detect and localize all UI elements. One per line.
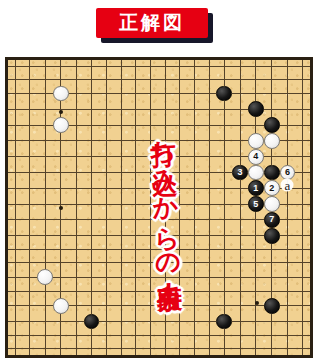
board-cell [37,342,53,355]
stone-move-number: 6 [285,168,290,177]
white-stone-move-4: 4 [248,149,264,165]
board-cell [69,244,84,257]
white-stone [53,86,69,102]
board-cell [280,244,296,257]
board-cell [216,180,232,196]
white-stone [248,133,264,149]
white-stone [53,298,69,314]
board-cell [8,329,23,342]
board-cell [53,165,69,181]
board-cell [232,101,248,117]
white-stone [248,165,264,181]
black-stone [248,101,264,117]
board-cell [248,60,264,73]
board-cell [114,165,129,181]
board-cell [8,133,23,149]
board-cell [23,285,38,298]
board-cell [84,101,100,117]
board-cell [295,329,310,342]
board-cell [69,298,84,314]
board-cell [8,196,23,212]
board-cell [248,86,264,102]
board-cell [84,269,100,285]
board-cell [264,86,280,102]
board-cell [280,314,296,330]
board-cell [248,314,264,330]
board-cell [23,133,38,149]
board-cell [202,196,217,212]
board-cell [37,314,53,330]
black-stone-move-5: 5 [248,196,264,212]
board-cell [69,285,84,298]
board-cell [187,60,202,73]
board-cell [187,133,202,149]
board-cell [114,180,129,196]
board-cell [280,228,296,244]
board-cell [84,256,100,269]
board-cell [216,285,232,298]
board-cell [232,180,248,196]
board-cell [114,196,129,212]
board-cell [114,60,129,73]
board-cell [202,342,217,355]
board-cell [187,314,202,330]
board-cell [232,60,248,73]
board-cell [129,285,144,298]
board-cell [69,256,84,269]
board-cell [114,342,129,355]
board-cell [99,165,114,181]
black-stone-move-3: 3 [232,165,248,181]
board-cell [69,342,84,355]
board-cell [37,212,53,228]
board-cell [8,228,23,244]
board-cell [8,314,23,330]
board-cell [99,269,114,285]
board-cell [53,180,69,196]
board-cell [202,212,217,228]
board-cell [99,73,114,86]
board-cell [99,117,114,133]
board-cell [129,228,144,244]
board-cell [216,133,232,149]
board-cell [295,285,310,298]
board-cell [295,342,310,355]
board-cell [129,314,144,330]
board-cell [23,228,38,244]
board-cell [8,86,23,102]
board-cell [37,73,53,86]
black-stone [216,314,232,330]
board-cell [187,165,202,181]
board-cell [84,228,100,244]
board-cell [114,101,129,117]
board-cell [216,117,232,133]
board-cell [216,228,232,244]
board-cell [202,133,217,149]
board-cell [295,86,310,102]
board-cell [187,117,202,133]
board-cell [8,101,23,117]
board-cell [8,342,23,355]
black-stone [264,117,280,133]
board-cell [23,117,38,133]
board-cell [202,298,217,314]
board-cell [23,329,38,342]
board-cell [264,244,280,257]
board-cell [187,212,202,228]
board-cell [248,298,264,314]
board-cell [232,133,248,149]
board-cell [23,212,38,228]
board-cell [202,256,217,269]
board-cell [23,60,38,73]
board-cell [187,101,202,117]
board-cell [84,117,100,133]
board-cell [280,256,296,269]
board-cell [232,73,248,86]
board-cell [295,228,310,244]
stone-move-number: 2 [269,184,274,193]
board-cell [295,73,310,86]
board-cell [187,180,202,196]
board-cell [53,228,69,244]
board-cell [114,86,129,102]
board-cell [53,149,69,165]
board-cell [37,244,53,257]
board-cell [216,73,232,86]
board-cell [232,342,248,355]
board-cell [280,86,296,102]
board-cell [280,117,296,133]
board-cell [216,342,232,355]
board-cell [129,212,144,228]
board-cell [216,244,232,257]
board-cell [280,133,296,149]
board-cell [23,149,38,165]
board-cell [295,314,310,330]
board-cell [129,196,144,212]
board-cell [114,73,129,86]
board-cell [280,60,296,73]
board-cell [280,285,296,298]
board-cell [8,165,23,181]
board-cell [99,149,114,165]
board-cell [187,256,202,269]
board-cell [37,117,53,133]
board-cell [53,133,69,149]
board-cell [187,196,202,212]
title-banner-label: 正解図 [119,10,185,36]
board-cell [37,228,53,244]
board-cell [8,73,23,86]
board-cell [248,73,264,86]
board-cell [99,86,114,102]
board-cell [295,212,310,228]
board-cell [280,298,296,314]
black-stone-move-7: 7 [264,212,280,228]
board-cell [129,117,144,133]
board-cell [295,60,310,73]
board-cell [232,149,248,165]
board-cell [69,60,84,73]
white-stone [264,196,280,212]
board-cell [53,212,69,228]
board-cell [84,149,100,165]
board-cell [264,342,280,355]
board-cell [248,269,264,285]
board-cell [216,60,232,73]
board-cell [8,285,23,298]
board-cell [114,256,129,269]
board-cell [295,101,310,117]
black-stone-move-1: 1 [248,180,264,196]
black-stone [264,228,280,244]
title-banner: 正解図 [96,8,208,38]
board-cell [187,73,202,86]
board-cell [99,329,114,342]
board-cell [99,196,114,212]
black-stone [84,314,100,330]
board-cell [69,228,84,244]
board-cell [280,149,296,165]
board-cell [202,269,217,285]
board-cell [84,73,100,86]
board-cell [202,165,217,181]
board-cell [202,314,217,330]
board-cell [84,165,100,181]
board-cell [69,314,84,330]
board-cell [8,269,23,285]
board-cell [129,269,144,285]
board-cell [216,101,232,117]
board-cell [202,244,217,257]
board-cell [232,314,248,330]
board-cell [69,165,84,181]
board-cell [216,196,232,212]
board-cell [264,101,280,117]
board-cell [99,228,114,244]
board-cell [99,314,114,330]
board-cell [8,60,23,73]
star-point [255,301,259,305]
board-cell [99,342,114,355]
board-cell [84,86,100,102]
board-cell [53,269,69,285]
board-cell [8,212,23,228]
board-cell [129,329,144,342]
board-cell [232,86,248,102]
board-cell [187,285,202,298]
board-cell [114,133,129,149]
board-cell [37,196,53,212]
board-cell [202,60,217,73]
board-cell [53,196,69,212]
board-cell [248,256,264,269]
board-cell [202,329,217,342]
board-cell [69,73,84,86]
board-cell [8,149,23,165]
white-stone-move-2: 2 [264,180,280,196]
board-cell [84,342,100,355]
board-cell [129,165,144,181]
board-cell [37,60,53,73]
board-cell [202,117,217,133]
board-cell [23,314,38,330]
board-cell [69,180,84,196]
white-stone [37,269,53,285]
board-cell [37,329,53,342]
board-cell [280,329,296,342]
board-cell [295,269,310,285]
board-cell [84,133,100,149]
board-cell [53,244,69,257]
board-cell [216,149,232,165]
board-cell [114,329,129,342]
black-stone [264,165,280,181]
board-cell [99,133,114,149]
board-cell [187,269,202,285]
board-cell [202,228,217,244]
board-cell [114,212,129,228]
board-cell [114,298,129,314]
board-cell [264,285,280,298]
stone-move-number: 7 [269,215,274,224]
star-point [59,206,63,210]
board-cell [37,149,53,165]
page-root: 正解図 4361257a 打ち込みからの有力手段！ [0,0,318,360]
board-cell [23,256,38,269]
board-cell [23,73,38,86]
board-cell [295,196,310,212]
stone-move-number: 4 [253,152,258,161]
board-cell [23,101,38,117]
board-cell [264,314,280,330]
board-cell [280,212,296,228]
board-cell [202,73,217,86]
board-cell [53,256,69,269]
board-cell [99,212,114,228]
board-cell [23,180,38,196]
board-cell [114,244,129,257]
board-cell [84,244,100,257]
board-cell [84,285,100,298]
board-cell [280,73,296,86]
board-cell [37,298,53,314]
board-cell [37,165,53,181]
board-cell [129,180,144,196]
board-cell [8,117,23,133]
board-cell [69,196,84,212]
board-cell [53,329,69,342]
board-cell [216,298,232,314]
board-cell [99,60,114,73]
board-cell [202,180,217,196]
board-cell [295,244,310,257]
stone-move-number: 1 [253,184,258,193]
board-cell [280,342,296,355]
board-cell [232,256,248,269]
board-cell [248,228,264,244]
board-cell [8,256,23,269]
board-cell [264,60,280,73]
board-cell [114,285,129,298]
board-cell [37,86,53,102]
board-cell [37,285,53,298]
board-cell [53,342,69,355]
board-cell [280,196,296,212]
board-cell [232,269,248,285]
board-cell [69,269,84,285]
board-cell [232,212,248,228]
board-cell [232,298,248,314]
board-cell [295,165,310,181]
board-cell [187,342,202,355]
board-cell [23,86,38,102]
board-cell [53,73,69,86]
board-cell [23,165,38,181]
board-cell [280,101,296,117]
board-cell [69,149,84,165]
board-cell [69,86,84,102]
board-cell [84,329,100,342]
board-cell [99,180,114,196]
board-cell [53,285,69,298]
board-cell [264,256,280,269]
board-cell [129,298,144,314]
board-cell [295,149,310,165]
white-stone [264,133,280,149]
board-cell [8,298,23,314]
board-cell [84,212,100,228]
board-cell [69,212,84,228]
board-cell [84,180,100,196]
board-cell [23,298,38,314]
board-cell [264,269,280,285]
board-cell [129,342,144,355]
board-cell [129,256,144,269]
board-cell [232,196,248,212]
board-cell [216,165,232,181]
board-cell [295,117,310,133]
board-cell [114,269,129,285]
board-cell [202,101,217,117]
board-cell [114,149,129,165]
board-cell [248,285,264,298]
board-cell [264,149,280,165]
board-cell [99,298,114,314]
board-cell [202,285,217,298]
board-cell [129,244,144,257]
board-cell [264,73,280,86]
white-stone [53,117,69,133]
board-cell [99,256,114,269]
board-cell [232,228,248,244]
board-cell [216,269,232,285]
board-cell [232,244,248,257]
board-cell [295,180,310,196]
board-cell [23,269,38,285]
board-cell [187,244,202,257]
board-cell [69,117,84,133]
board-cell [187,298,202,314]
board-cell [23,196,38,212]
board-cell [216,329,232,342]
board-cell [280,269,296,285]
board-cell [248,342,264,355]
board-cell [264,329,280,342]
board-cell [295,133,310,149]
